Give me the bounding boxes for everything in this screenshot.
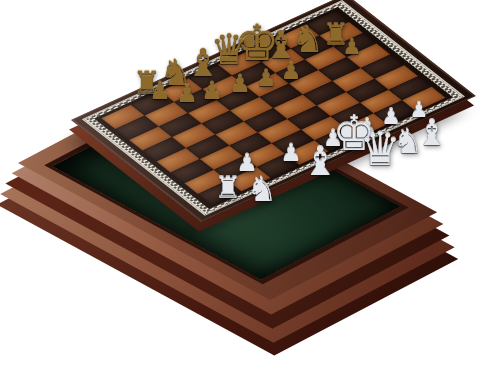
silver-queen: ♛ [359, 126, 400, 172]
brass-pawn: ♟ [343, 37, 362, 58]
silver-rook: ♜ [215, 173, 242, 203]
brass-pawn: ♟ [281, 60, 302, 83]
product-photo-scene: ♜♞♟♝♚♛♝♟♞♟♟♜♟♟♟♟♟♟♟♝♚♞♟♛♟♝♜♞ [0, 0, 500, 371]
brass-pawn: ♟ [229, 72, 251, 96]
pieces-layer: ♜♞♟♝♚♛♝♟♞♟♟♜♟♟♟♟♟♟♟♝♚♞♟♛♟♝♜♞ [0, 0, 500, 371]
silver-knight: ♞ [247, 172, 277, 206]
silver-bishop: ♝ [302, 141, 338, 181]
brass-pawn: ♟ [149, 79, 171, 103]
brass-pawn: ♟ [176, 82, 198, 106]
silver-pawn: ♟ [280, 141, 302, 165]
brass-pawn: ♟ [256, 67, 277, 90]
brass-pawn: ♟ [201, 79, 223, 103]
